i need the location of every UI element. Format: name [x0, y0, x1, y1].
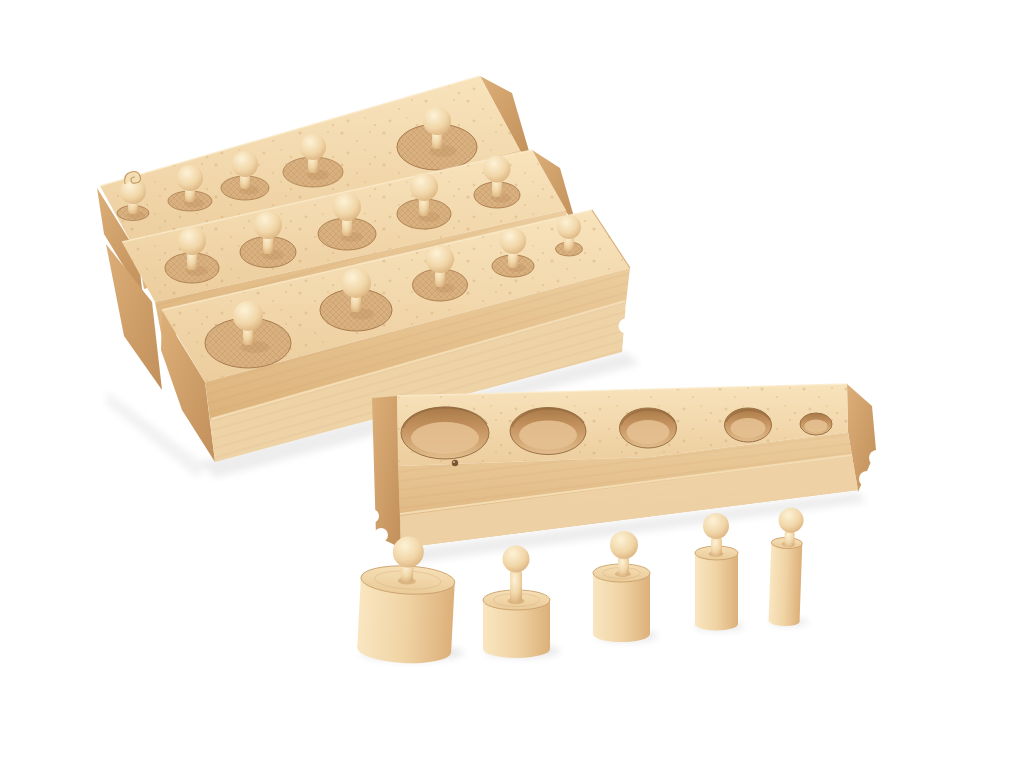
knob[interactable] — [484, 156, 511, 183]
loose-cylinder-2[interactable] — [483, 546, 550, 659]
empty-socket[interactable] — [401, 407, 489, 459]
loose-cylinder-4[interactable] — [695, 513, 738, 631]
knob[interactable] — [703, 513, 729, 539]
pin-hole — [452, 460, 458, 466]
knob[interactable] — [178, 227, 206, 255]
product-photo-stage — [0, 0, 1024, 768]
knob[interactable] — [341, 268, 371, 298]
knob[interactable] — [300, 134, 326, 160]
knob[interactable] — [426, 245, 454, 273]
knob[interactable] — [254, 211, 282, 239]
knob[interactable] — [557, 215, 581, 239]
knob[interactable] — [232, 151, 258, 177]
loose-cylinder-3[interactable] — [593, 531, 650, 642]
knob[interactable] — [233, 301, 263, 331]
knob[interactable] — [503, 546, 530, 573]
loose-cylinder-5[interactable] — [768, 507, 804, 627]
empty-socket[interactable] — [800, 413, 832, 435]
knob[interactable] — [610, 531, 638, 559]
wood-shaving-curl — [125, 172, 141, 185]
knob[interactable] — [410, 173, 438, 201]
knob[interactable] — [177, 165, 203, 191]
empty-socket[interactable] — [725, 408, 772, 442]
knob[interactable] — [423, 107, 451, 135]
empty-socket[interactable] — [620, 408, 677, 448]
montessori-cylinder-blocks-photo — [0, 0, 1024, 768]
knob[interactable] — [500, 228, 526, 254]
left-end-face — [372, 396, 401, 548]
knob[interactable] — [333, 193, 361, 221]
empty-socket[interactable] — [510, 408, 586, 455]
